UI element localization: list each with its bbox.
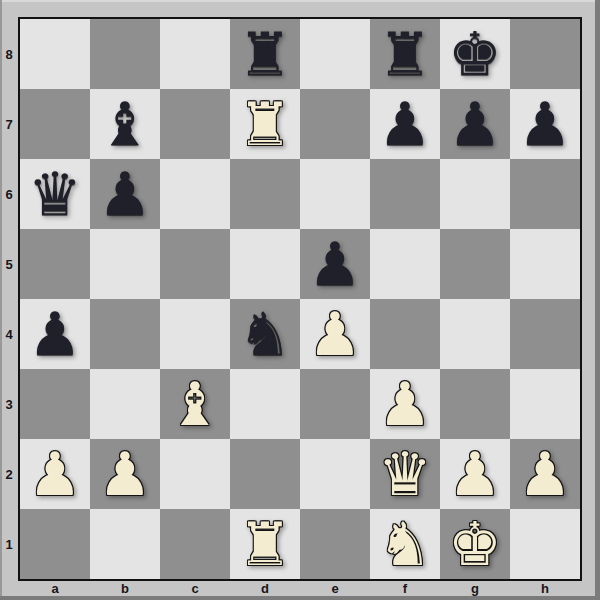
piece-white-pawn-a2[interactable]: ♟ <box>20 439 90 509</box>
piece-white-king-g1[interactable]: ♚ <box>440 509 510 579</box>
file-label-e: e <box>300 580 370 597</box>
square-e2[interactable] <box>300 439 370 509</box>
square-c1[interactable] <box>160 509 230 579</box>
piece-black-rook-f8[interactable]: ♜ <box>370 19 440 89</box>
square-d7[interactable]: ♜ <box>230 89 300 159</box>
chess-board: ♜♜♚♝♜♟♟♟♛♟♟♟♞♟♝♟♟♟♛♟♟♜♞♚ <box>18 17 582 581</box>
frame-bevel-bottom <box>0 596 600 600</box>
square-e6[interactable] <box>300 159 370 229</box>
piece-white-knight-f1[interactable]: ♞ <box>370 509 440 579</box>
square-h1[interactable] <box>510 509 580 579</box>
square-h3[interactable] <box>510 369 580 439</box>
frame-bevel-top <box>0 0 600 2</box>
piece-white-rook-d7[interactable]: ♜ <box>230 89 300 159</box>
square-h4[interactable] <box>510 299 580 369</box>
square-a2[interactable]: ♟ <box>20 439 90 509</box>
square-d3[interactable] <box>230 369 300 439</box>
frame-bevel-left <box>0 0 2 600</box>
square-c2[interactable] <box>160 439 230 509</box>
square-f6[interactable] <box>370 159 440 229</box>
square-e4[interactable]: ♟ <box>300 299 370 369</box>
square-f5[interactable] <box>370 229 440 299</box>
piece-white-pawn-h2[interactable]: ♟ <box>510 439 580 509</box>
rank-label-3: 3 <box>0 369 18 439</box>
piece-white-pawn-f3[interactable]: ♟ <box>370 369 440 439</box>
rank-label-4: 4 <box>0 299 18 369</box>
square-h8[interactable] <box>510 19 580 89</box>
square-c8[interactable] <box>160 19 230 89</box>
piece-white-pawn-b2[interactable]: ♟ <box>90 439 160 509</box>
square-f3[interactable]: ♟ <box>370 369 440 439</box>
file-label-b: b <box>90 580 160 597</box>
square-f7[interactable]: ♟ <box>370 89 440 159</box>
square-h6[interactable] <box>510 159 580 229</box>
piece-black-knight-d4[interactable]: ♞ <box>230 299 300 369</box>
square-g8[interactable]: ♚ <box>440 19 510 89</box>
square-a4[interactable]: ♟ <box>20 299 90 369</box>
square-f1[interactable]: ♞ <box>370 509 440 579</box>
square-a6[interactable]: ♛ <box>20 159 90 229</box>
square-e3[interactable] <box>300 369 370 439</box>
square-b8[interactable] <box>90 19 160 89</box>
file-label-f: f <box>370 580 440 597</box>
square-a7[interactable] <box>20 89 90 159</box>
piece-black-king-g8[interactable]: ♚ <box>440 19 510 89</box>
square-a8[interactable] <box>20 19 90 89</box>
square-c4[interactable] <box>160 299 230 369</box>
piece-black-rook-d8[interactable]: ♜ <box>230 19 300 89</box>
rank-label-5: 5 <box>0 229 18 299</box>
square-a1[interactable] <box>20 509 90 579</box>
rank-label-8: 8 <box>0 19 18 89</box>
rank-labels: 87654321 <box>0 19 18 579</box>
rank-label-1: 1 <box>0 509 18 579</box>
square-a3[interactable] <box>20 369 90 439</box>
square-c5[interactable] <box>160 229 230 299</box>
square-e7[interactable] <box>300 89 370 159</box>
piece-black-pawn-a4[interactable]: ♟ <box>20 299 90 369</box>
piece-black-queen-a6[interactable]: ♛ <box>20 159 90 229</box>
square-b2[interactable]: ♟ <box>90 439 160 509</box>
piece-black-pawn-g7[interactable]: ♟ <box>440 89 510 159</box>
piece-white-pawn-g2[interactable]: ♟ <box>440 439 510 509</box>
file-label-d: d <box>230 580 300 597</box>
square-f2[interactable]: ♛ <box>370 439 440 509</box>
square-e5[interactable]: ♟ <box>300 229 370 299</box>
piece-white-rook-d1[interactable]: ♜ <box>230 509 300 579</box>
square-b1[interactable] <box>90 509 160 579</box>
square-d6[interactable] <box>230 159 300 229</box>
rank-label-7: 7 <box>0 89 18 159</box>
square-b5[interactable] <box>90 229 160 299</box>
rank-label-2: 2 <box>0 439 18 509</box>
square-g3[interactable] <box>440 369 510 439</box>
square-b4[interactable] <box>90 299 160 369</box>
file-labels: abcdefgh <box>20 580 580 597</box>
file-label-g: g <box>440 580 510 597</box>
square-g1[interactable]: ♚ <box>440 509 510 579</box>
square-a5[interactable] <box>20 229 90 299</box>
square-f8[interactable]: ♜ <box>370 19 440 89</box>
square-g2[interactable]: ♟ <box>440 439 510 509</box>
frame-bevel-right <box>595 0 600 600</box>
square-h7[interactable]: ♟ <box>510 89 580 159</box>
square-e1[interactable] <box>300 509 370 579</box>
square-g7[interactable]: ♟ <box>440 89 510 159</box>
piece-black-pawn-b6[interactable]: ♟ <box>90 159 160 229</box>
square-d2[interactable] <box>230 439 300 509</box>
square-b6[interactable]: ♟ <box>90 159 160 229</box>
piece-white-queen-f2[interactable]: ♛ <box>370 439 440 509</box>
square-h2[interactable]: ♟ <box>510 439 580 509</box>
rank-label-6: 6 <box>0 159 18 229</box>
square-g5[interactable] <box>440 229 510 299</box>
square-d8[interactable]: ♜ <box>230 19 300 89</box>
piece-black-bishop-b7[interactable]: ♝ <box>90 89 160 159</box>
square-d4[interactable]: ♞ <box>230 299 300 369</box>
file-label-h: h <box>510 580 580 597</box>
file-label-a: a <box>20 580 90 597</box>
piece-black-pawn-f7[interactable]: ♟ <box>370 89 440 159</box>
square-h5[interactable] <box>510 229 580 299</box>
square-c3[interactable]: ♝ <box>160 369 230 439</box>
square-d5[interactable] <box>230 229 300 299</box>
square-b7[interactable]: ♝ <box>90 89 160 159</box>
piece-black-pawn-h7[interactable]: ♟ <box>510 89 580 159</box>
piece-white-pawn-e4[interactable]: ♟ <box>300 299 370 369</box>
square-e8[interactable] <box>300 19 370 89</box>
square-g6[interactable] <box>440 159 510 229</box>
chess-diagram-frame: 87654321 ♜♜♚♝♜♟♟♟♛♟♟♟♞♟♝♟♟♟♛♟♟♜♞♚ abcdef… <box>0 0 600 600</box>
square-d1[interactable]: ♜ <box>230 509 300 579</box>
piece-black-pawn-e5[interactable]: ♟ <box>300 229 370 299</box>
square-c6[interactable] <box>160 159 230 229</box>
square-g4[interactable] <box>440 299 510 369</box>
square-f4[interactable] <box>370 299 440 369</box>
file-label-c: c <box>160 580 230 597</box>
piece-white-bishop-c3[interactable]: ♝ <box>160 369 230 439</box>
square-c7[interactable] <box>160 89 230 159</box>
square-b3[interactable] <box>90 369 160 439</box>
